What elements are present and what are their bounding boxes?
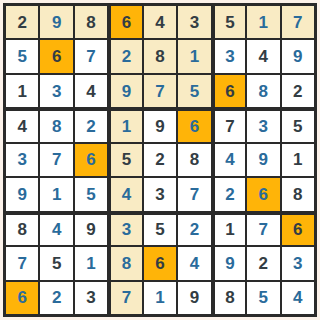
cell-value: 5 — [17, 48, 26, 65]
cell-value: 8 — [293, 186, 302, 203]
cell-value: 5 — [259, 289, 268, 306]
cell-r6c6[interactable]: 7 — [178, 178, 210, 210]
cell-value: 3 — [86, 289, 95, 306]
cell-value: 4 — [155, 14, 164, 31]
cell-value: 4 — [52, 221, 61, 238]
cell-value: 8 — [155, 48, 164, 65]
cell-value: 3 — [52, 83, 61, 100]
cell-r7c1[interactable]: 8 — [6, 213, 38, 245]
cell-r2c9[interactable]: 9 — [282, 40, 314, 72]
cell-r8c7[interactable]: 9 — [213, 247, 245, 279]
cell-value: 4 — [259, 48, 268, 65]
cell-value: 9 — [122, 83, 131, 100]
cell-value: 4 — [225, 151, 234, 168]
cell-r6c7[interactable]: 2 — [213, 178, 245, 210]
cell-value: 6 — [225, 83, 234, 100]
cell-r2c1[interactable]: 5 — [6, 40, 38, 72]
cell-r7c9[interactable]: 6 — [282, 213, 314, 245]
cell-value: 9 — [86, 221, 95, 238]
cell-value: 8 — [259, 83, 268, 100]
cell-r5c7[interactable]: 4 — [213, 144, 245, 176]
cell-r7c7[interactable]: 1 — [213, 213, 245, 245]
cell-value: 3 — [17, 151, 26, 168]
cell-value: 4 — [190, 255, 199, 272]
cell-r4c1[interactable]: 4 — [6, 109, 38, 141]
cell-value: 5 — [122, 151, 131, 168]
cell-value: 9 — [155, 118, 164, 135]
cell-value: 1 — [190, 48, 199, 65]
cell-r5c3[interactable]: 6 — [75, 144, 107, 176]
cell-r4c9[interactable]: 5 — [282, 109, 314, 141]
cell-r2c4[interactable]: 2 — [109, 40, 141, 72]
cell-value: 3 — [122, 221, 131, 238]
cell-value: 9 — [225, 255, 234, 272]
cell-r4c3[interactable]: 2 — [75, 109, 107, 141]
cell-r8c8[interactable]: 2 — [247, 247, 279, 279]
cell-r6c3[interactable]: 5 — [75, 178, 107, 210]
cell-r8c2[interactable]: 5 — [40, 247, 72, 279]
cell-r9c8[interactable]: 5 — [247, 282, 279, 314]
cell-r8c9[interactable]: 3 — [282, 247, 314, 279]
cell-value: 8 — [225, 289, 234, 306]
cell-r4c8[interactable]: 3 — [247, 109, 279, 141]
cell-r1c4[interactable]: 6 — [109, 6, 141, 38]
cell-r2c2[interactable]: 6 — [40, 40, 72, 72]
cell-r6c5[interactable]: 3 — [144, 178, 176, 210]
cell-r8c4[interactable]: 8 — [109, 247, 141, 279]
cell-value: 6 — [52, 48, 61, 65]
cell-value: 7 — [17, 255, 26, 272]
cell-value: 7 — [86, 48, 95, 65]
cell-value: 1 — [259, 14, 268, 31]
cell-r8c1[interactable]: 7 — [6, 247, 38, 279]
cell-value: 9 — [52, 14, 61, 31]
cell-r7c3[interactable]: 9 — [75, 213, 107, 245]
cell-value: 1 — [52, 186, 61, 203]
cell-value: 7 — [155, 83, 164, 100]
cell-value: 2 — [259, 255, 268, 272]
cell-value: 7 — [122, 289, 131, 306]
cell-value: 2 — [122, 48, 131, 65]
cell-value: 7 — [190, 186, 199, 203]
cell-value: 2 — [155, 151, 164, 168]
cell-r4c6[interactable]: 6 — [178, 109, 210, 141]
cell-r3c1[interactable]: 1 — [6, 75, 38, 107]
cell-r1c3[interactable]: 8 — [75, 6, 107, 38]
cell-value: 2 — [190, 221, 199, 238]
cell-value: 6 — [259, 186, 268, 203]
cell-r3c7[interactable]: 6 — [213, 75, 245, 107]
cell-r6c2[interactable]: 1 — [40, 178, 72, 210]
cell-r1c1[interactable]: 2 — [6, 6, 38, 38]
cell-value: 6 — [86, 151, 95, 168]
cell-value: 1 — [155, 289, 164, 306]
cell-value: 8 — [190, 151, 199, 168]
cell-r6c9[interactable]: 8 — [282, 178, 314, 210]
cell-value: 1 — [293, 151, 302, 168]
cell-value: 4 — [17, 118, 26, 135]
cell-r3c8[interactable]: 8 — [247, 75, 279, 107]
cell-value: 8 — [52, 118, 61, 135]
cell-value: 5 — [293, 118, 302, 135]
cell-value: 9 — [190, 289, 199, 306]
cell-r1c2[interactable]: 9 — [40, 6, 72, 38]
sudoku-grid: 2986435175672813491349756824821967353765… — [3, 3, 317, 317]
cell-r8c5[interactable]: 6 — [144, 247, 176, 279]
cell-value: 6 — [293, 221, 302, 238]
cell-value: 3 — [259, 118, 268, 135]
cell-r9c7[interactable]: 8 — [213, 282, 245, 314]
cell-r2c7[interactable]: 3 — [213, 40, 245, 72]
cell-r8c6[interactable]: 4 — [178, 247, 210, 279]
cell-value: 7 — [259, 221, 268, 238]
cell-r5c8[interactable]: 9 — [247, 144, 279, 176]
cell-r1c9[interactable]: 7 — [282, 6, 314, 38]
cell-value: 9 — [293, 48, 302, 65]
cell-r4c2[interactable]: 8 — [40, 109, 72, 141]
cell-value: 5 — [155, 221, 164, 238]
cell-r9c2[interactable]: 2 — [40, 282, 72, 314]
cell-value: 6 — [122, 14, 131, 31]
cell-r5c6[interactable]: 8 — [178, 144, 210, 176]
cell-value: 4 — [293, 289, 302, 306]
cell-r7c4[interactable]: 3 — [109, 213, 141, 245]
cell-r9c9[interactable]: 4 — [282, 282, 314, 314]
sudoku-page: 2986435175672813491349756824821967353765… — [0, 0, 320, 320]
cell-value: 8 — [86, 14, 95, 31]
cell-r5c5[interactable]: 2 — [144, 144, 176, 176]
cell-value: 6 — [190, 118, 199, 135]
cell-r7c5[interactable]: 5 — [144, 213, 176, 245]
cell-r3c2[interactable]: 3 — [40, 75, 72, 107]
cell-value: 1 — [17, 83, 26, 100]
cell-r1c7[interactable]: 5 — [213, 6, 245, 38]
cell-r2c6[interactable]: 1 — [178, 40, 210, 72]
cell-value: 7 — [225, 118, 234, 135]
cell-value: 5 — [86, 186, 95, 203]
cell-value: 3 — [293, 255, 302, 272]
cell-value: 9 — [17, 186, 26, 203]
cell-r7c8[interactable]: 7 — [247, 213, 279, 245]
cell-r5c9[interactable]: 1 — [282, 144, 314, 176]
cell-r6c1[interactable]: 9 — [6, 178, 38, 210]
cell-r9c6[interactable]: 9 — [178, 282, 210, 314]
cell-value: 2 — [86, 118, 95, 135]
cell-value: 6 — [17, 289, 26, 306]
cell-value: 2 — [293, 83, 302, 100]
cell-value: 2 — [52, 289, 61, 306]
cell-r6c8[interactable]: 6 — [247, 178, 279, 210]
cell-value: 1 — [225, 221, 234, 238]
cell-value: 3 — [190, 14, 199, 31]
cell-r2c5[interactable]: 8 — [144, 40, 176, 72]
cell-r3c6[interactable]: 5 — [178, 75, 210, 107]
cell-r2c8[interactable]: 4 — [247, 40, 279, 72]
cell-value: 8 — [122, 255, 131, 272]
cell-r9c5[interactable]: 1 — [144, 282, 176, 314]
cell-value: 7 — [293, 14, 302, 31]
cell-r4c5[interactable]: 9 — [144, 109, 176, 141]
cell-r3c4[interactable]: 9 — [109, 75, 141, 107]
cell-r3c5[interactable]: 7 — [144, 75, 176, 107]
cell-r9c1[interactable]: 6 — [6, 282, 38, 314]
cell-value: 5 — [190, 83, 199, 100]
cell-r1c6[interactable]: 3 — [178, 6, 210, 38]
cell-r2c3[interactable]: 7 — [75, 40, 107, 72]
cell-r5c1[interactable]: 3 — [6, 144, 38, 176]
cell-r7c6[interactable]: 2 — [178, 213, 210, 245]
cell-value: 8 — [17, 221, 26, 238]
cell-value: 1 — [86, 255, 95, 272]
cell-r9c3[interactable]: 3 — [75, 282, 107, 314]
cell-r3c9[interactable]: 2 — [282, 75, 314, 107]
cell-r3c3[interactable]: 4 — [75, 75, 107, 107]
cell-value: 2 — [17, 14, 26, 31]
cell-r8c3[interactable]: 1 — [75, 247, 107, 279]
cell-r5c2[interactable]: 7 — [40, 144, 72, 176]
cell-value: 5 — [52, 255, 61, 272]
cell-r7c2[interactable]: 4 — [40, 213, 72, 245]
cell-r1c8[interactable]: 1 — [247, 6, 279, 38]
cell-r4c7[interactable]: 7 — [213, 109, 245, 141]
cell-r6c4[interactable]: 4 — [109, 178, 141, 210]
cell-value: 4 — [86, 83, 95, 100]
cell-r4c4[interactable]: 1 — [109, 109, 141, 141]
cell-r1c5[interactable]: 4 — [144, 6, 176, 38]
cell-value: 1 — [122, 118, 131, 135]
cell-value: 3 — [225, 48, 234, 65]
cell-r9c4[interactable]: 7 — [109, 282, 141, 314]
cell-r5c4[interactable]: 5 — [109, 144, 141, 176]
cell-value: 9 — [259, 151, 268, 168]
cell-value: 7 — [52, 151, 61, 168]
cell-value: 3 — [155, 186, 164, 203]
cell-value: 5 — [225, 14, 234, 31]
cell-value: 4 — [122, 186, 131, 203]
cell-value: 2 — [225, 186, 234, 203]
cell-value: 6 — [155, 255, 164, 272]
